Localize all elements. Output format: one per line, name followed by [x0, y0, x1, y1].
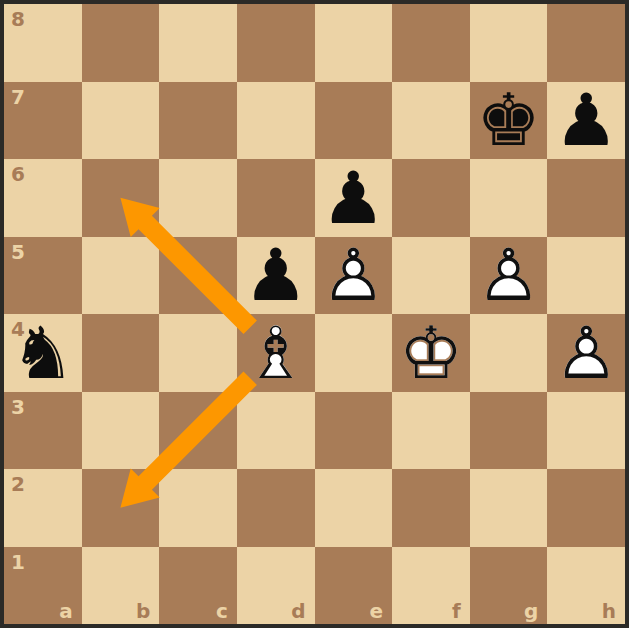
piece-black-pawn[interactable]: ♟ — [315, 159, 393, 237]
square-h1[interactable]: h — [547, 547, 625, 625]
square-e6[interactable]: ♟ — [315, 159, 393, 237]
square-b6[interactable] — [82, 159, 160, 237]
file-label-h: h — [602, 601, 616, 621]
square-g3[interactable] — [470, 392, 548, 470]
square-d2[interactable] — [237, 469, 315, 547]
piece-black-king[interactable]: ♚ — [470, 82, 548, 160]
square-f8[interactable] — [392, 4, 470, 82]
square-e3[interactable] — [315, 392, 393, 470]
black-pawn-icon: ♟ — [547, 82, 625, 160]
square-a8[interactable]: 8 — [4, 4, 82, 82]
square-b8[interactable] — [82, 4, 160, 82]
square-d3[interactable] — [237, 392, 315, 470]
white-bishop-outline-icon: ♗ — [237, 314, 315, 392]
piece-white-pawn[interactable]: ♟♙ — [470, 237, 548, 315]
file-label-f: f — [452, 601, 461, 621]
square-e5[interactable]: ♟♙ — [315, 237, 393, 315]
chess-board-frame: 87♚♟6♟5♟♟♙♟♙4♞♝♗♚♔♟♙321abcdefgh — [0, 0, 629, 628]
square-b4[interactable] — [82, 314, 160, 392]
square-c1[interactable]: c — [159, 547, 237, 625]
file-label-b: b — [136, 601, 150, 621]
square-f5[interactable] — [392, 237, 470, 315]
square-c8[interactable] — [159, 4, 237, 82]
piece-white-bishop[interactable]: ♝♗ — [237, 314, 315, 392]
chess-board: 87♚♟6♟5♟♟♙♟♙4♞♝♗♚♔♟♙321abcdefgh — [4, 4, 625, 624]
square-h3[interactable] — [547, 392, 625, 470]
white-king-outline-icon: ♔ — [392, 314, 470, 392]
square-c7[interactable] — [159, 82, 237, 160]
black-king-icon: ♚ — [470, 82, 548, 160]
rank-label-5: 5 — [11, 242, 25, 262]
white-pawn-outline-icon: ♙ — [315, 237, 393, 315]
square-f1[interactable]: f — [392, 547, 470, 625]
square-e2[interactable] — [315, 469, 393, 547]
square-e7[interactable] — [315, 82, 393, 160]
square-b5[interactable] — [82, 237, 160, 315]
square-g6[interactable] — [470, 159, 548, 237]
square-h6[interactable] — [547, 159, 625, 237]
square-b7[interactable] — [82, 82, 160, 160]
square-g5[interactable]: ♟♙ — [470, 237, 548, 315]
square-e4[interactable] — [315, 314, 393, 392]
square-a2[interactable]: 2 — [4, 469, 82, 547]
square-h5[interactable] — [547, 237, 625, 315]
rank-label-7: 7 — [11, 87, 25, 107]
piece-white-king[interactable]: ♚♔ — [392, 314, 470, 392]
black-pawn-icon: ♟ — [237, 237, 315, 315]
square-g2[interactable] — [470, 469, 548, 547]
file-label-c: c — [216, 601, 228, 621]
square-f2[interactable] — [392, 469, 470, 547]
square-f3[interactable] — [392, 392, 470, 470]
square-e1[interactable]: e — [315, 547, 393, 625]
rank-label-3: 3 — [11, 397, 25, 417]
square-b2[interactable] — [82, 469, 160, 547]
square-a7[interactable]: 7 — [4, 82, 82, 160]
square-a4[interactable]: 4♞ — [4, 314, 82, 392]
black-knight-icon: ♞ — [4, 314, 82, 392]
file-label-a: a — [59, 601, 73, 621]
square-h2[interactable] — [547, 469, 625, 547]
rank-label-2: 2 — [11, 474, 25, 494]
square-h7[interactable]: ♟ — [547, 82, 625, 160]
file-label-g: g — [524, 601, 538, 621]
square-c5[interactable] — [159, 237, 237, 315]
square-a3[interactable]: 3 — [4, 392, 82, 470]
square-c2[interactable] — [159, 469, 237, 547]
piece-white-pawn[interactable]: ♟♙ — [315, 237, 393, 315]
square-b1[interactable]: b — [82, 547, 160, 625]
square-c6[interactable] — [159, 159, 237, 237]
square-d5[interactable]: ♟ — [237, 237, 315, 315]
square-c3[interactable] — [159, 392, 237, 470]
square-f4[interactable]: ♚♔ — [392, 314, 470, 392]
square-h8[interactable] — [547, 4, 625, 82]
piece-black-pawn[interactable]: ♟ — [547, 82, 625, 160]
file-label-d: d — [291, 601, 305, 621]
square-f7[interactable] — [392, 82, 470, 160]
square-g8[interactable] — [470, 4, 548, 82]
square-d4[interactable]: ♝♗ — [237, 314, 315, 392]
square-h4[interactable]: ♟♙ — [547, 314, 625, 392]
piece-black-knight[interactable]: ♞ — [4, 314, 82, 392]
square-a1[interactable]: 1a — [4, 547, 82, 625]
square-b3[interactable] — [82, 392, 160, 470]
square-g4[interactable] — [470, 314, 548, 392]
piece-white-pawn[interactable]: ♟♙ — [547, 314, 625, 392]
rank-label-6: 6 — [11, 164, 25, 184]
square-e8[interactable] — [315, 4, 393, 82]
square-d7[interactable] — [237, 82, 315, 160]
square-f6[interactable] — [392, 159, 470, 237]
white-pawn-outline-icon: ♙ — [547, 314, 625, 392]
square-a6[interactable]: 6 — [4, 159, 82, 237]
square-c4[interactable] — [159, 314, 237, 392]
square-g1[interactable]: g — [470, 547, 548, 625]
black-pawn-icon: ♟ — [315, 159, 393, 237]
file-label-e: e — [370, 601, 384, 621]
square-d6[interactable] — [237, 159, 315, 237]
square-d8[interactable] — [237, 4, 315, 82]
white-pawn-outline-icon: ♙ — [470, 237, 548, 315]
rank-label-8: 8 — [11, 9, 25, 29]
square-g7[interactable]: ♚ — [470, 82, 548, 160]
rank-label-1: 1 — [11, 552, 25, 572]
piece-black-pawn[interactable]: ♟ — [237, 237, 315, 315]
square-d1[interactable]: d — [237, 547, 315, 625]
square-a5[interactable]: 5 — [4, 237, 82, 315]
